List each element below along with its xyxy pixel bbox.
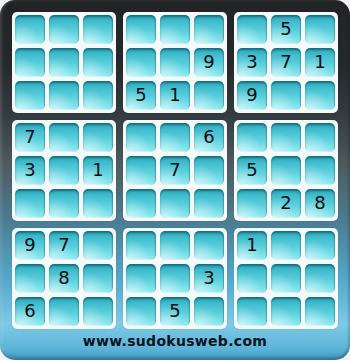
given-digit: 3 bbox=[24, 161, 35, 179]
given-digit: 6 bbox=[24, 302, 35, 320]
cell-r9c2[interactable] bbox=[49, 297, 79, 326]
cell-r9c5[interactable]: 5 bbox=[160, 297, 190, 326]
given-digit: 5 bbox=[280, 20, 291, 38]
cell-r8c2[interactable]: 8 bbox=[49, 264, 79, 293]
cell-r4c9[interactable] bbox=[305, 123, 335, 152]
cell-r7c4[interactable] bbox=[126, 231, 156, 260]
cell-r6c3[interactable] bbox=[83, 189, 113, 218]
cell-r3c4[interactable]: 5 bbox=[126, 81, 156, 110]
box-6: 528 bbox=[234, 120, 338, 221]
given-digit: 7 bbox=[24, 128, 35, 146]
cell-r3c7[interactable]: 9 bbox=[237, 81, 267, 110]
cell-r2c4[interactable] bbox=[126, 48, 156, 77]
cell-r6c5[interactable] bbox=[160, 189, 190, 218]
given-digit: 3 bbox=[203, 269, 214, 287]
cell-r2c1[interactable] bbox=[15, 48, 45, 77]
cell-r7c8[interactable] bbox=[271, 231, 301, 260]
cell-r9c8[interactable] bbox=[271, 297, 301, 326]
given-digit: 6 bbox=[203, 128, 214, 146]
cell-r8c3[interactable] bbox=[83, 264, 113, 293]
given-digit: 3 bbox=[246, 53, 257, 71]
box-2: 951 bbox=[123, 12, 227, 113]
cell-r3c6[interactable] bbox=[194, 81, 224, 110]
given-digit: 2 bbox=[280, 194, 291, 212]
cell-r9c7[interactable] bbox=[237, 297, 267, 326]
box-3: 53719 bbox=[234, 12, 338, 113]
cell-r4c3[interactable] bbox=[83, 123, 113, 152]
cell-r5c8[interactable] bbox=[271, 156, 301, 185]
cell-r8c4[interactable] bbox=[126, 264, 156, 293]
box-5: 67 bbox=[123, 120, 227, 221]
sudoku-page: 95153719731675289786351 www.sudokusweb.c… bbox=[0, 0, 350, 360]
cell-r5c4[interactable] bbox=[126, 156, 156, 185]
given-digit: 9 bbox=[24, 236, 35, 254]
given-digit: 1 bbox=[246, 236, 257, 254]
cell-r5c6[interactable] bbox=[194, 156, 224, 185]
cell-r7c5[interactable] bbox=[160, 231, 190, 260]
cell-r9c3[interactable] bbox=[83, 297, 113, 326]
cell-r7c7[interactable]: 1 bbox=[237, 231, 267, 260]
cell-r1c8[interactable]: 5 bbox=[271, 15, 301, 44]
cell-r3c1[interactable] bbox=[15, 81, 45, 110]
footer: www.sudokusweb.com bbox=[0, 330, 350, 352]
given-digit: 8 bbox=[58, 269, 69, 287]
cell-r7c6[interactable] bbox=[194, 231, 224, 260]
cell-r3c3[interactable] bbox=[83, 81, 113, 110]
cell-r2c6[interactable]: 9 bbox=[194, 48, 224, 77]
given-digit: 7 bbox=[169, 161, 180, 179]
cell-r1c6[interactable] bbox=[194, 15, 224, 44]
cell-r3c2[interactable] bbox=[49, 81, 79, 110]
given-digit: 1 bbox=[92, 161, 103, 179]
cell-r2c5[interactable] bbox=[160, 48, 190, 77]
cell-r8c5[interactable] bbox=[160, 264, 190, 293]
cell-r8c6[interactable]: 3 bbox=[194, 264, 224, 293]
cell-r2c2[interactable] bbox=[49, 48, 79, 77]
cell-r8c9[interactable] bbox=[305, 264, 335, 293]
cell-r8c7[interactable] bbox=[237, 264, 267, 293]
cell-r5c9[interactable] bbox=[305, 156, 335, 185]
cell-r6c7[interactable] bbox=[237, 189, 267, 218]
box-9: 1 bbox=[234, 228, 338, 329]
given-digit: 7 bbox=[280, 53, 291, 71]
cell-r7c1[interactable]: 9 bbox=[15, 231, 45, 260]
cell-r4c7[interactable] bbox=[237, 123, 267, 152]
cell-r3c8[interactable] bbox=[271, 81, 301, 110]
cell-r4c6[interactable]: 6 bbox=[194, 123, 224, 152]
given-digit: 9 bbox=[246, 86, 257, 104]
cell-r2c3[interactable] bbox=[83, 48, 113, 77]
cell-r1c3[interactable] bbox=[83, 15, 113, 44]
cell-r9c6[interactable] bbox=[194, 297, 224, 326]
cell-r5c2[interactable] bbox=[49, 156, 79, 185]
cell-r1c5[interactable] bbox=[160, 15, 190, 44]
cell-r7c2[interactable]: 7 bbox=[49, 231, 79, 260]
box-4: 731 bbox=[12, 120, 116, 221]
cell-r4c4[interactable] bbox=[126, 123, 156, 152]
box-1 bbox=[12, 12, 116, 113]
given-digit: 1 bbox=[169, 86, 180, 104]
cell-r5c3[interactable]: 1 bbox=[83, 156, 113, 185]
footer-link[interactable]: www.sudokusweb.com bbox=[83, 333, 267, 349]
cell-r5c5[interactable]: 7 bbox=[160, 156, 190, 185]
given-digit: 5 bbox=[135, 86, 146, 104]
cell-r8c8[interactable] bbox=[271, 264, 301, 293]
cell-r6c8[interactable]: 2 bbox=[271, 189, 301, 218]
given-digit: 7 bbox=[58, 236, 69, 254]
cell-r6c4[interactable] bbox=[126, 189, 156, 218]
cell-r6c9[interactable]: 8 bbox=[305, 189, 335, 218]
cell-r2c9[interactable]: 1 bbox=[305, 48, 335, 77]
cell-r5c1[interactable]: 3 bbox=[15, 156, 45, 185]
cell-r1c7[interactable] bbox=[237, 15, 267, 44]
cell-r4c8[interactable] bbox=[271, 123, 301, 152]
given-digit: 5 bbox=[246, 161, 257, 179]
cell-r6c1[interactable] bbox=[15, 189, 45, 218]
cell-r6c6[interactable] bbox=[194, 189, 224, 218]
cell-r2c7[interactable]: 3 bbox=[237, 48, 267, 77]
cell-r1c4[interactable] bbox=[126, 15, 156, 44]
given-digit: 5 bbox=[169, 302, 180, 320]
cell-r9c9[interactable] bbox=[305, 297, 335, 326]
cell-r8c1[interactable] bbox=[15, 264, 45, 293]
cell-r4c2[interactable] bbox=[49, 123, 79, 152]
cell-r1c9[interactable] bbox=[305, 15, 335, 44]
given-digit: 1 bbox=[314, 53, 325, 71]
cell-r7c3[interactable] bbox=[83, 231, 113, 260]
cell-r4c1[interactable]: 7 bbox=[15, 123, 45, 152]
cell-r3c5[interactable]: 1 bbox=[160, 81, 190, 110]
cell-r7c9[interactable] bbox=[305, 231, 335, 260]
cell-r6c2[interactable] bbox=[49, 189, 79, 218]
cell-r1c2[interactable] bbox=[49, 15, 79, 44]
cell-r4c5[interactable] bbox=[160, 123, 190, 152]
given-digit: 9 bbox=[203, 53, 214, 71]
box-8: 35 bbox=[123, 228, 227, 329]
cell-r2c8[interactable]: 7 bbox=[271, 48, 301, 77]
cell-r9c1[interactable]: 6 bbox=[15, 297, 45, 326]
cell-r1c1[interactable] bbox=[15, 15, 45, 44]
cell-r9c4[interactable] bbox=[126, 297, 156, 326]
box-7: 9786 bbox=[12, 228, 116, 329]
given-digit: 8 bbox=[314, 194, 325, 212]
sudoku-board: 95153719731675289786351 bbox=[12, 12, 338, 329]
board-frame: 95153719731675289786351 www.sudokusweb.c… bbox=[0, 0, 350, 360]
cell-r5c7[interactable]: 5 bbox=[237, 156, 267, 185]
cell-r3c9[interactable] bbox=[305, 81, 335, 110]
